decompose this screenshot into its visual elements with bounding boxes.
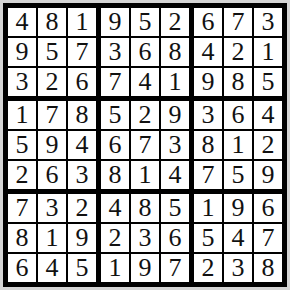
cell-r6c9[interactable]: 9: [254, 161, 282, 194]
cell-r4c8[interactable]: 6: [224, 101, 254, 131]
cell-r9c9[interactable]: 8: [254, 254, 282, 282]
cell-r7c4[interactable]: 4: [101, 194, 131, 224]
cell-r5c6[interactable]: 3: [161, 131, 194, 161]
cell-r1c5[interactable]: 5: [131, 8, 161, 38]
cell-r1c1[interactable]: 4: [8, 8, 38, 38]
cell-r3c5[interactable]: 4: [131, 68, 161, 101]
cell-r2c6[interactable]: 8: [161, 38, 194, 68]
cell-r4c6[interactable]: 9: [161, 101, 194, 131]
cell-r5c3[interactable]: 4: [68, 131, 101, 161]
cell-r6c8[interactable]: 5: [224, 161, 254, 194]
sudoku-grid: 4819526739573684213267419851785293645946…: [8, 8, 282, 282]
cell-r2c3[interactable]: 7: [68, 38, 101, 68]
cell-r5c2[interactable]: 9: [38, 131, 68, 161]
cell-r5c5[interactable]: 7: [131, 131, 161, 161]
cell-r2c2[interactable]: 5: [38, 38, 68, 68]
cell-r8c2[interactable]: 1: [38, 224, 68, 254]
cell-r8c3[interactable]: 9: [68, 224, 101, 254]
cell-r2c5[interactable]: 6: [131, 38, 161, 68]
cell-r9c8[interactable]: 3: [224, 254, 254, 282]
cell-r2c7[interactable]: 4: [194, 38, 224, 68]
cell-r7c6[interactable]: 5: [161, 194, 194, 224]
cell-r4c4[interactable]: 5: [101, 101, 131, 131]
sudoku-board: 4819526739573684213267419851785293645946…: [3, 3, 287, 287]
cell-r5c4[interactable]: 6: [101, 131, 131, 161]
cell-r2c9[interactable]: 1: [254, 38, 282, 68]
cell-r9c2[interactable]: 4: [38, 254, 68, 282]
cell-r2c1[interactable]: 9: [8, 38, 38, 68]
cell-r6c4[interactable]: 8: [101, 161, 131, 194]
cell-r3c9[interactable]: 5: [254, 68, 282, 101]
cell-r1c6[interactable]: 2: [161, 8, 194, 38]
cell-r4c2[interactable]: 7: [38, 101, 68, 131]
cell-r3c3[interactable]: 6: [68, 68, 101, 101]
cell-r6c5[interactable]: 1: [131, 161, 161, 194]
cell-r4c5[interactable]: 2: [131, 101, 161, 131]
cell-r8c9[interactable]: 7: [254, 224, 282, 254]
cell-r8c5[interactable]: 3: [131, 224, 161, 254]
cell-r1c9[interactable]: 3: [254, 8, 282, 38]
cell-r4c3[interactable]: 8: [68, 101, 101, 131]
cell-r7c2[interactable]: 3: [38, 194, 68, 224]
cell-r9c6[interactable]: 7: [161, 254, 194, 282]
cell-r5c9[interactable]: 2: [254, 131, 282, 161]
cell-r7c8[interactable]: 9: [224, 194, 254, 224]
cell-r3c2[interactable]: 2: [38, 68, 68, 101]
cell-r7c5[interactable]: 8: [131, 194, 161, 224]
cell-r3c6[interactable]: 1: [161, 68, 194, 101]
cell-r8c4[interactable]: 2: [101, 224, 131, 254]
cell-r6c6[interactable]: 4: [161, 161, 194, 194]
cell-r5c1[interactable]: 5: [8, 131, 38, 161]
cell-r2c8[interactable]: 2: [224, 38, 254, 68]
cell-r1c8[interactable]: 7: [224, 8, 254, 38]
cell-r9c7[interactable]: 2: [194, 254, 224, 282]
cell-r9c5[interactable]: 9: [131, 254, 161, 282]
cell-r1c7[interactable]: 6: [194, 8, 224, 38]
cell-r1c3[interactable]: 1: [68, 8, 101, 38]
cell-r7c9[interactable]: 6: [254, 194, 282, 224]
cell-r4c9[interactable]: 4: [254, 101, 282, 131]
cell-r7c1[interactable]: 7: [8, 194, 38, 224]
cell-r5c8[interactable]: 1: [224, 131, 254, 161]
cell-r9c1[interactable]: 6: [8, 254, 38, 282]
cell-r3c8[interactable]: 8: [224, 68, 254, 101]
cell-r8c6[interactable]: 6: [161, 224, 194, 254]
cell-r8c8[interactable]: 4: [224, 224, 254, 254]
cell-r7c7[interactable]: 1: [194, 194, 224, 224]
cell-r6c1[interactable]: 2: [8, 161, 38, 194]
cell-r6c2[interactable]: 6: [38, 161, 68, 194]
cell-r7c3[interactable]: 2: [68, 194, 101, 224]
cell-r2c4[interactable]: 3: [101, 38, 131, 68]
cell-r4c1[interactable]: 1: [8, 101, 38, 131]
cell-r3c7[interactable]: 9: [194, 68, 224, 101]
cell-r6c7[interactable]: 7: [194, 161, 224, 194]
cell-r8c1[interactable]: 8: [8, 224, 38, 254]
cell-r3c1[interactable]: 3: [8, 68, 38, 101]
cell-r3c4[interactable]: 7: [101, 68, 131, 101]
cell-r1c4[interactable]: 9: [101, 8, 131, 38]
cell-r8c7[interactable]: 5: [194, 224, 224, 254]
cell-r9c3[interactable]: 5: [68, 254, 101, 282]
cell-r1c2[interactable]: 8: [38, 8, 68, 38]
cell-r6c3[interactable]: 3: [68, 161, 101, 194]
cell-r4c7[interactable]: 3: [194, 101, 224, 131]
cell-r5c7[interactable]: 8: [194, 131, 224, 161]
cell-r9c4[interactable]: 1: [101, 254, 131, 282]
